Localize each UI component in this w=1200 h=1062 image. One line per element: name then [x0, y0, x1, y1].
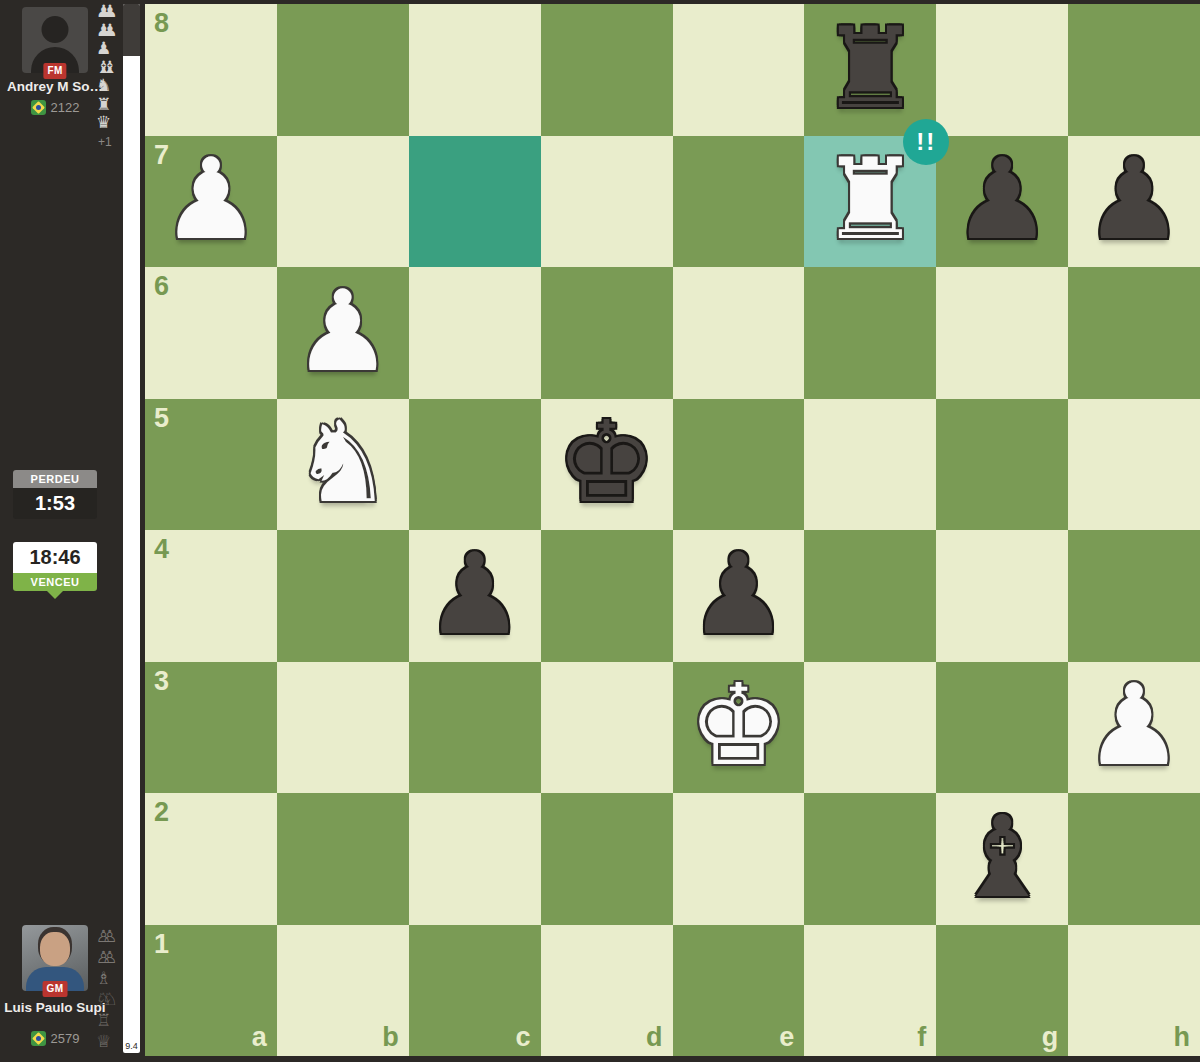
- black-pawn-e4: ♟: [688, 538, 788, 650]
- square-c4[interactable]: ♟: [409, 530, 541, 662]
- square-f3[interactable]: [804, 662, 936, 794]
- square-g3[interactable]: [936, 662, 1068, 794]
- square-b2[interactable]: [277, 793, 409, 925]
- top-player-avatar[interactable]: FM: [22, 7, 88, 73]
- white-pawn-h3: ♟: [1084, 669, 1184, 781]
- square-d2[interactable]: [541, 793, 673, 925]
- square-e4[interactable]: ♟: [673, 530, 805, 662]
- square-c3[interactable]: [409, 662, 541, 794]
- captured-piece-group: ♙♙: [96, 926, 111, 947]
- rank-label-3: 3: [154, 668, 169, 695]
- square-f4[interactable]: [804, 530, 936, 662]
- square-a7[interactable]: 7♟: [145, 136, 277, 268]
- square-e8[interactable]: [673, 4, 805, 136]
- white-pawn-b6: ♟: [293, 275, 393, 387]
- black-pawn-c4: ♟: [424, 538, 524, 650]
- material-advantage: +1: [96, 135, 112, 149]
- file-label-f: f: [917, 1024, 926, 1051]
- square-h5[interactable]: [1068, 399, 1200, 531]
- rank-label-6: 6: [154, 273, 169, 300]
- square-c6[interactable]: [409, 267, 541, 399]
- rank-label-4: 4: [154, 536, 169, 563]
- square-e1[interactable]: e: [673, 925, 805, 1057]
- chess-board: 8♜7♟♜♟♟6♟5♞♚4♟♟3♚♟2♝1abcdefgh!!: [145, 4, 1200, 1056]
- file-label-g: g: [1042, 1024, 1059, 1051]
- square-a4[interactable]: 4: [145, 530, 277, 662]
- square-g1[interactable]: g: [936, 925, 1068, 1057]
- square-h6[interactable]: [1068, 267, 1200, 399]
- captured-by-top-list: ♟♟♟♟♟♝♝♞♜♛+1: [96, 2, 112, 149]
- square-d5[interactable]: ♚: [541, 399, 673, 531]
- square-b1[interactable]: b: [277, 925, 409, 1057]
- evaluation-bar: 9.4: [123, 4, 140, 1053]
- black-rook-f8: ♜: [820, 12, 920, 124]
- square-h3[interactable]: ♟: [1068, 662, 1200, 794]
- bottom-player-name[interactable]: Luis Paulo Supi: [0, 1000, 110, 1015]
- square-c7[interactable]: [409, 136, 541, 268]
- square-c8[interactable]: [409, 4, 541, 136]
- square-e3[interactable]: ♚: [673, 662, 805, 794]
- black-pawn-h7: ♟: [1084, 143, 1184, 255]
- black-bishop-g2: ♝: [952, 801, 1052, 913]
- square-d7[interactable]: [541, 136, 673, 268]
- square-g8[interactable]: [936, 4, 1068, 136]
- white-knight-b5: ♞: [293, 406, 393, 518]
- bottom-player-rating: 2579: [51, 1031, 80, 1046]
- top-clock-time: 1:53: [13, 488, 97, 519]
- square-a5[interactable]: 5: [145, 399, 277, 531]
- brazil-flag-icon: [31, 1031, 46, 1046]
- evaluation-bar-black-portion: [123, 4, 140, 56]
- square-f8[interactable]: ♜: [804, 4, 936, 136]
- square-g4[interactable]: [936, 530, 1068, 662]
- square-e2[interactable]: [673, 793, 805, 925]
- rank-label-5: 5: [154, 405, 169, 432]
- top-player-rating-row: 2122: [0, 100, 110, 115]
- square-e6[interactable]: [673, 267, 805, 399]
- captured-piece-group: ♞: [96, 76, 112, 95]
- black-pawn-g7: ♟: [952, 143, 1052, 255]
- white-pawn-a7: ♟: [161, 143, 261, 255]
- square-c2[interactable]: [409, 793, 541, 925]
- square-b3[interactable]: [277, 662, 409, 794]
- square-h1[interactable]: h: [1068, 925, 1200, 1057]
- square-g7[interactable]: ♟: [936, 136, 1068, 268]
- square-d6[interactable]: [541, 267, 673, 399]
- square-c1[interactable]: c: [409, 925, 541, 1057]
- square-f6[interactable]: [804, 267, 936, 399]
- square-g6[interactable]: [936, 267, 1068, 399]
- top-player-name[interactable]: Andrey M So…: [0, 79, 110, 94]
- bottom-player-rating-row: 2579: [0, 1031, 110, 1046]
- bottom-player-avatar[interactable]: GM: [22, 925, 88, 991]
- file-label-a: a: [252, 1024, 267, 1051]
- square-c5[interactable]: [409, 399, 541, 531]
- square-g2[interactable]: ♝: [936, 793, 1068, 925]
- square-h8[interactable]: [1068, 4, 1200, 136]
- brilliant-move-badge: !!: [903, 119, 949, 165]
- file-label-b: b: [382, 1024, 399, 1051]
- square-e7[interactable]: [673, 136, 805, 268]
- captured-piece-group: ♛: [96, 113, 112, 132]
- rank-label-1: 1: [154, 931, 169, 958]
- brazil-flag-icon: [31, 100, 46, 115]
- captured-piece-group: ♟♟: [96, 21, 112, 40]
- square-b5[interactable]: ♞: [277, 399, 409, 531]
- square-b7[interactable]: [277, 136, 409, 268]
- black-king-d5: ♚: [556, 406, 656, 518]
- top-player-title-badge: FM: [43, 63, 66, 79]
- square-d8[interactable]: [541, 4, 673, 136]
- top-clock-status: PERDEU: [13, 470, 97, 488]
- square-a8[interactable]: 8: [145, 4, 277, 136]
- file-label-d: d: [646, 1024, 663, 1051]
- white-king-e3: ♚: [688, 669, 788, 781]
- captured-piece-group: ♝♝: [96, 58, 112, 77]
- square-g5[interactable]: [936, 399, 1068, 531]
- bottom-player-title-badge: GM: [43, 981, 68, 997]
- white-rook-f7: ♜: [820, 143, 920, 255]
- square-a1[interactable]: 1a: [145, 925, 277, 1057]
- square-b4[interactable]: [277, 530, 409, 662]
- square-h4[interactable]: [1068, 530, 1200, 662]
- captured-piece-group: ♟♟: [96, 2, 112, 21]
- captured-piece-group: ♗: [96, 968, 111, 989]
- captured-piece-group: ♙♙: [96, 947, 111, 968]
- captured-piece-group: ♘♘: [96, 989, 111, 1010]
- top-player-rating: 2122: [51, 100, 80, 115]
- square-e5[interactable]: [673, 399, 805, 531]
- square-h7[interactable]: ♟: [1068, 136, 1200, 268]
- rank-label-2: 2: [154, 799, 169, 826]
- square-d1[interactable]: d: [541, 925, 673, 1057]
- evaluation-value: 9.4: [123, 1041, 140, 1051]
- bottom-clock-status: VENCEU: [13, 573, 97, 591]
- square-f2[interactable]: [804, 793, 936, 925]
- file-label-c: c: [516, 1024, 531, 1051]
- bottom-clock-time: 18:46: [13, 542, 97, 573]
- file-label-e: e: [779, 1024, 794, 1051]
- captured-piece-group: ♕: [96, 1031, 111, 1052]
- square-b6[interactable]: ♟: [277, 267, 409, 399]
- square-b8[interactable]: [277, 4, 409, 136]
- captured-piece-group: ♟: [96, 39, 112, 58]
- square-h2[interactable]: [1068, 793, 1200, 925]
- square-f5[interactable]: [804, 399, 936, 531]
- square-a2[interactable]: 2: [145, 793, 277, 925]
- square-a6[interactable]: 6: [145, 267, 277, 399]
- captured-piece-group: ♜: [96, 95, 112, 114]
- square-d4[interactable]: [541, 530, 673, 662]
- captured-by-bottom-list: ♙♙♙♙♗♘♘♖♕: [96, 926, 111, 1052]
- square-a3[interactable]: 3: [145, 662, 277, 794]
- square-f1[interactable]: f: [804, 925, 936, 1057]
- rank-label-8: 8: [154, 10, 169, 37]
- file-label-h: h: [1174, 1024, 1191, 1051]
- captured-piece-group: ♖: [96, 1010, 111, 1031]
- square-d3[interactable]: [541, 662, 673, 794]
- sidebar: FM Andrey M So… 2122 ♟♟♟♟♟♝♝♞♜♛+1 PERDEU…: [0, 0, 145, 1062]
